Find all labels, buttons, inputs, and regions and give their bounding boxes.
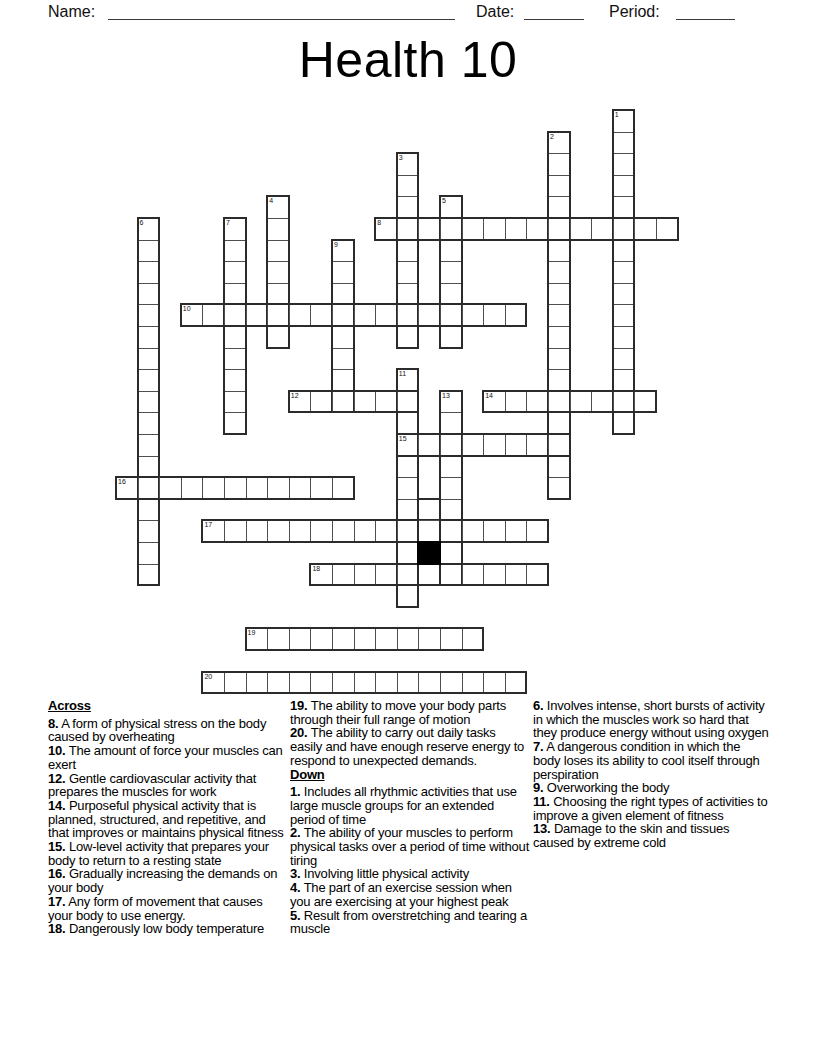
date-blank-line[interactable] (524, 3, 584, 20)
clue-14: 14. Purposeful physical activity that is… (48, 799, 286, 840)
cell-divider (462, 629, 463, 649)
page-title: Health 10 (0, 35, 816, 85)
cell-divider (354, 305, 355, 325)
clue-column-2: 19. The ability to move your body parts … (290, 699, 530, 936)
clue-number-12: 12 (291, 392, 299, 400)
cell-divider (398, 499, 418, 500)
cell-divider (333, 348, 353, 349)
cell-divider (224, 521, 225, 541)
cell-divider (614, 369, 634, 370)
cell-divider (139, 348, 159, 349)
cell-divider (441, 499, 461, 500)
clue-number-15: 15 (399, 435, 407, 443)
word-strip-across-15[interactable]: 15 (396, 433, 571, 457)
clue-number-6: 6 (140, 219, 144, 227)
cell-divider (505, 392, 506, 412)
clue-11: 11. Choosing the right types of activiti… (533, 795, 771, 822)
cell-divider (462, 219, 463, 239)
clue-17: 17. Any form of movement that causes you… (48, 895, 286, 922)
word-strip-down-6[interactable]: 6 (137, 217, 161, 586)
clue-column-1: Across8. A form of physical stress on th… (48, 699, 286, 936)
cell-divider (505, 435, 506, 455)
cell-divider (246, 673, 247, 693)
cell-divider (224, 673, 225, 693)
cell-divider (462, 305, 463, 325)
clue-8: 8. A form of physical stress on the body… (48, 717, 286, 744)
clue-number-7: 7 (226, 219, 230, 227)
clue-20: 20. The ability to carry out daily tasks… (290, 726, 530, 767)
word-strip-across-20[interactable]: 20 (201, 671, 527, 695)
clue-5: 5. Result from overstretching and tearin… (290, 909, 530, 936)
cell-divider (505, 673, 506, 693)
word-strip-across-14[interactable]: 14 (482, 390, 657, 414)
cell-divider (483, 565, 484, 585)
cell-divider (375, 565, 376, 585)
cell-divider (310, 478, 311, 498)
cell-divider (440, 673, 441, 693)
cell-divider (138, 478, 139, 498)
cell-divider (462, 521, 463, 541)
cell-divider (483, 219, 484, 239)
clue-13: 13. Damage to the skin and tissues cause… (533, 822, 771, 849)
clue-number-4: 4 (269, 197, 273, 205)
cell-divider (332, 521, 333, 541)
cell-divider (333, 369, 353, 370)
cell-divider (267, 629, 268, 649)
cell-divider (397, 629, 398, 649)
clue-3: 3. Involving little physical activity (290, 867, 530, 881)
cell-divider (332, 629, 333, 649)
cell-divider (225, 369, 245, 370)
clue-4: 4. The part of an exercise session when … (290, 881, 530, 908)
cell-divider (614, 261, 634, 262)
clue-number-17: 17 (204, 521, 212, 529)
cell-divider (289, 478, 290, 498)
cell-divider (462, 565, 463, 585)
cell-divider (268, 283, 288, 284)
word-strip-across-12[interactable]: 12 (288, 390, 420, 414)
cell-divider (418, 305, 419, 325)
clue-number-19: 19 (248, 629, 256, 637)
cell-divider (526, 219, 527, 239)
clue-number-20: 20 (204, 673, 212, 681)
cell-divider (549, 369, 569, 370)
cell-divider (462, 435, 463, 455)
cell-divider (614, 196, 634, 197)
cell-divider (634, 392, 635, 412)
cell-divider (614, 175, 634, 176)
cell-divider (440, 435, 441, 455)
cell-divider (418, 219, 419, 239)
clue-1: 1. Includes all rhythmic activities that… (290, 785, 530, 826)
word-strip-across-17[interactable]: 17 (201, 519, 549, 543)
clue-15: 15. Low-level activity that prepares you… (48, 840, 286, 867)
cell-divider (310, 392, 311, 412)
cell-divider (419, 520, 439, 521)
word-strip-across-10[interactable]: 10 (180, 303, 528, 327)
cell-divider (310, 629, 311, 649)
black-cell (417, 541, 441, 565)
clue-number-13: 13 (442, 392, 450, 400)
cell-divider (548, 392, 549, 412)
cell-divider (268, 240, 288, 241)
cell-divider (139, 304, 159, 305)
name-label: Name: (48, 3, 95, 21)
cell-divider (375, 629, 376, 649)
cell-divider (225, 240, 245, 241)
cell-divider (614, 326, 634, 327)
clue-18: 18. Dangerously low body temperature (48, 922, 286, 936)
cell-divider (526, 435, 527, 455)
cell-divider (289, 305, 290, 325)
cell-divider (289, 629, 290, 649)
cell-divider (375, 392, 376, 412)
cell-divider (354, 673, 355, 693)
clue-number-8: 8 (377, 219, 381, 227)
cell-divider (139, 542, 159, 543)
cell-divider (246, 305, 247, 325)
word-strip-across-8[interactable]: 8 (374, 217, 678, 241)
cell-divider (139, 369, 159, 370)
cell-divider (418, 629, 419, 649)
cell-divider (139, 412, 159, 413)
cell-divider (397, 673, 398, 693)
cell-divider (202, 305, 203, 325)
name-blank-line[interactable] (108, 3, 455, 20)
cell-divider (225, 391, 245, 392)
cell-divider (549, 196, 569, 197)
cell-divider (505, 305, 506, 325)
cell-divider (441, 261, 461, 262)
cell-divider (397, 392, 398, 412)
cell-divider (483, 435, 484, 455)
cell-divider (332, 565, 333, 585)
cell-divider (354, 521, 355, 541)
cell-divider (332, 305, 333, 325)
cell-divider (333, 283, 353, 284)
clue-column-3: 6. Involves intense, short bursts of act… (533, 699, 771, 850)
cell-divider (570, 219, 571, 239)
clue-number-16: 16 (118, 478, 126, 486)
cell-divider (139, 326, 159, 327)
word-strip-across-16[interactable]: 16 (115, 476, 355, 500)
cell-divider (526, 392, 527, 412)
cell-divider (418, 435, 419, 455)
cell-divider (614, 132, 634, 133)
cell-divider (268, 218, 288, 219)
cell-divider (570, 392, 571, 412)
cell-divider (398, 283, 418, 284)
cell-divider (549, 261, 569, 262)
cell-divider (398, 261, 418, 262)
crossword-grid: 1234567891011121314151617181920 (116, 110, 679, 694)
cell-divider (526, 565, 527, 585)
cell-divider (332, 673, 333, 693)
cell-divider (505, 565, 506, 585)
cell-divider (505, 219, 506, 239)
period-blank-line[interactable] (676, 3, 735, 20)
cell-divider (483, 673, 484, 693)
cell-divider (505, 521, 506, 541)
cell-divider (332, 392, 333, 412)
cell-divider (614, 348, 634, 349)
clue-7: 7. A dangerous condition in which the bo… (533, 740, 771, 781)
cell-divider (333, 261, 353, 262)
cell-divider (310, 305, 311, 325)
cell-divider (397, 219, 398, 239)
cell-divider (139, 283, 159, 284)
worksheet-page: { "title": "Health 10", "header": { "nam… (0, 0, 816, 1056)
cell-divider (441, 283, 461, 284)
clue-12: 12. Gentle cardiovascular activity that … (48, 772, 286, 799)
cell-divider (614, 283, 634, 284)
cell-divider (224, 305, 225, 325)
cell-divider (613, 392, 614, 412)
cell-divider (139, 261, 159, 262)
cell-divider (310, 521, 311, 541)
cell-divider (548, 435, 549, 455)
cell-divider (267, 521, 268, 541)
cell-divider (462, 673, 463, 693)
cell-divider (139, 240, 159, 241)
word-strip-down-unnumbered[interactable] (417, 498, 441, 586)
cell-divider (139, 456, 159, 457)
cell-divider (440, 305, 441, 325)
clue-number-14: 14 (485, 392, 493, 400)
clue-number-1: 1 (615, 111, 619, 119)
cell-divider (549, 283, 569, 284)
cell-divider (267, 478, 268, 498)
cell-divider (224, 478, 225, 498)
cell-divider (225, 348, 245, 349)
cell-divider (549, 326, 569, 327)
cell-divider (332, 478, 333, 498)
cell-divider (225, 261, 245, 262)
clue-19: 19. The ability to move your body parts … (290, 699, 530, 726)
cell-divider (397, 521, 398, 541)
period-label: Period: (609, 3, 660, 21)
cell-divider (267, 305, 268, 325)
word-strip-down-1[interactable]: 1 (612, 109, 636, 435)
cell-divider (139, 434, 159, 435)
clue-number-10: 10 (183, 305, 191, 313)
cell-divider (440, 629, 441, 649)
clue-number-9: 9 (334, 241, 338, 249)
cell-divider (441, 412, 461, 413)
cell-divider (418, 673, 419, 693)
cell-divider (549, 477, 569, 478)
cell-divider (289, 673, 290, 693)
cell-divider (548, 219, 549, 239)
cell-divider (354, 392, 355, 412)
clue-9: 9. Overworking the body (533, 781, 771, 795)
cell-divider (441, 477, 461, 478)
cell-divider (526, 521, 527, 541)
cell-divider (139, 520, 159, 521)
cell-divider (549, 304, 569, 305)
cell-divider (139, 564, 159, 565)
cell-divider (397, 305, 398, 325)
clue-2: 2. The ability of your muscles to perfor… (290, 826, 530, 867)
cell-divider (397, 565, 398, 585)
clue-10: 10. The amount of force your muscles can… (48, 744, 286, 771)
clue-16: 16. Gradually increasing the demands on … (48, 867, 286, 894)
cell-divider (225, 283, 245, 284)
cell-divider (268, 261, 288, 262)
date-label: Date: (476, 3, 514, 21)
cell-divider (549, 348, 569, 349)
clue-number-2: 2 (550, 133, 554, 141)
cell-divider (398, 196, 418, 197)
cell-divider (549, 175, 569, 176)
cell-divider (398, 175, 418, 176)
cell-divider (634, 219, 635, 239)
cell-divider (375, 521, 376, 541)
cell-divider (591, 392, 592, 412)
cell-divider (246, 521, 247, 541)
clue-number-11: 11 (399, 370, 406, 378)
cell-divider (549, 153, 569, 154)
cell-divider (267, 673, 268, 693)
cell-divider (159, 478, 160, 498)
clue-number-18: 18 (312, 565, 320, 573)
cell-divider (613, 219, 614, 239)
cell-divider (398, 477, 418, 478)
cell-divider (375, 673, 376, 693)
word-strip-across-19[interactable]: 19 (245, 627, 485, 651)
cell-divider (225, 412, 245, 413)
cell-divider (483, 305, 484, 325)
cell-divider (354, 629, 355, 649)
clue-number-5: 5 (442, 197, 446, 205)
word-strip-down-13[interactable]: 13 (439, 390, 463, 586)
cell-divider (310, 673, 311, 693)
cell-divider (375, 305, 376, 325)
cell-divider (656, 219, 657, 239)
clue-6: 6. Involves intense, short bursts of act… (533, 699, 771, 740)
cell-divider (139, 391, 159, 392)
cell-divider (181, 478, 182, 498)
clue-section-header-across: Across (48, 699, 286, 713)
cell-divider (354, 565, 355, 585)
cell-divider (614, 153, 634, 154)
cell-divider (202, 478, 203, 498)
cell-divider (289, 521, 290, 541)
cell-divider (591, 219, 592, 239)
clue-number-3: 3 (399, 154, 403, 162)
cell-divider (246, 478, 247, 498)
cell-divider (614, 304, 634, 305)
cell-divider (483, 521, 484, 541)
clue-section-header-down: Down (290, 768, 530, 782)
cell-divider (440, 219, 441, 239)
